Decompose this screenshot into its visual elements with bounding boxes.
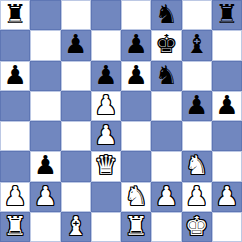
square-b2[interactable]: ♟ [30, 182, 60, 212]
piece-white-knight[interactable]: ♞ [124, 183, 147, 209]
square-h5[interactable]: ♟ [212, 91, 242, 121]
piece-black-knight[interactable]: ♞ [155, 1, 178, 27]
square-d2[interactable] [91, 182, 121, 212]
piece-white-pawn[interactable]: ♟ [94, 92, 117, 118]
square-b6[interactable] [30, 61, 60, 91]
piece-white-knight[interactable]: ♞ [185, 152, 208, 178]
square-a1[interactable]: ♜ [0, 212, 30, 242]
square-c7[interactable]: ♟ [61, 30, 91, 60]
piece-black-bishop[interactable]: ♝ [185, 31, 208, 57]
piece-white-pawn[interactable]: ♟ [94, 122, 117, 148]
square-g6[interactable] [182, 61, 212, 91]
square-h4[interactable] [212, 121, 242, 151]
square-h2[interactable]: ♟ [212, 182, 242, 212]
square-a4[interactable] [0, 121, 30, 151]
square-a7[interactable] [0, 30, 30, 60]
square-e2[interactable]: ♞ [121, 182, 151, 212]
square-f4[interactable] [151, 121, 181, 151]
piece-white-rook[interactable]: ♜ [3, 213, 26, 239]
square-h3[interactable] [212, 151, 242, 181]
chess-board: ♜♞♜♟♟♚♝♟♟♟♞♟♟♟♟♟♛♞♟♟♞♟♟♟♜♝♜♚ [0, 0, 242, 242]
piece-black-pawn[interactable]: ♟ [34, 152, 57, 178]
square-g2[interactable]: ♟ [182, 182, 212, 212]
piece-white-queen[interactable]: ♛ [94, 152, 117, 178]
square-f1[interactable] [151, 212, 181, 242]
square-d8[interactable] [91, 0, 121, 30]
square-f7[interactable]: ♚ [151, 30, 181, 60]
piece-white-king[interactable]: ♚ [185, 213, 208, 239]
square-g4[interactable] [182, 121, 212, 151]
square-c5[interactable] [61, 91, 91, 121]
square-c6[interactable] [61, 61, 91, 91]
square-a3[interactable] [0, 151, 30, 181]
square-c2[interactable] [61, 182, 91, 212]
square-g5[interactable]: ♟ [182, 91, 212, 121]
square-e7[interactable]: ♟ [121, 30, 151, 60]
square-f2[interactable]: ♟ [151, 182, 181, 212]
piece-black-pawn[interactable]: ♟ [3, 62, 26, 88]
piece-black-king[interactable]: ♚ [155, 31, 178, 57]
piece-white-bishop[interactable]: ♝ [64, 213, 87, 239]
square-b5[interactable] [30, 91, 60, 121]
square-f6[interactable]: ♞ [151, 61, 181, 91]
piece-white-rook[interactable]: ♜ [124, 213, 147, 239]
square-e8[interactable] [121, 0, 151, 30]
square-g1[interactable]: ♚ [182, 212, 212, 242]
square-c3[interactable] [61, 151, 91, 181]
square-b7[interactable] [30, 30, 60, 60]
piece-black-pawn[interactable]: ♟ [185, 92, 208, 118]
piece-white-pawn[interactable]: ♟ [34, 183, 57, 209]
square-g8[interactable] [182, 0, 212, 30]
square-h1[interactable] [212, 212, 242, 242]
piece-white-pawn[interactable]: ♟ [155, 183, 178, 209]
square-d5[interactable]: ♟ [91, 91, 121, 121]
piece-black-rook[interactable]: ♜ [3, 1, 26, 27]
square-e6[interactable]: ♟ [121, 61, 151, 91]
square-b8[interactable] [30, 0, 60, 30]
square-d6[interactable]: ♟ [91, 61, 121, 91]
square-h8[interactable]: ♜ [212, 0, 242, 30]
piece-black-pawn[interactable]: ♟ [124, 31, 147, 57]
piece-white-pawn[interactable]: ♟ [215, 183, 238, 209]
square-f5[interactable] [151, 91, 181, 121]
square-c8[interactable] [61, 0, 91, 30]
square-b3[interactable]: ♟ [30, 151, 60, 181]
square-d4[interactable]: ♟ [91, 121, 121, 151]
piece-black-knight[interactable]: ♞ [155, 62, 178, 88]
square-c4[interactable] [61, 121, 91, 151]
square-f3[interactable] [151, 151, 181, 181]
square-a6[interactable]: ♟ [0, 61, 30, 91]
square-e5[interactable] [121, 91, 151, 121]
piece-white-pawn[interactable]: ♟ [185, 183, 208, 209]
square-b4[interactable] [30, 121, 60, 151]
square-h7[interactable] [212, 30, 242, 60]
square-h6[interactable] [212, 61, 242, 91]
piece-black-rook[interactable]: ♜ [215, 1, 238, 27]
square-a8[interactable]: ♜ [0, 0, 30, 30]
piece-white-pawn[interactable]: ♟ [3, 183, 26, 209]
square-e1[interactable]: ♜ [121, 212, 151, 242]
square-d7[interactable] [91, 30, 121, 60]
square-d1[interactable] [91, 212, 121, 242]
square-a5[interactable] [0, 91, 30, 121]
square-d3[interactable]: ♛ [91, 151, 121, 181]
square-g3[interactable]: ♞ [182, 151, 212, 181]
square-e3[interactable] [121, 151, 151, 181]
chess-board-container: ♜♞♜♟♟♚♝♟♟♟♞♟♟♟♟♟♛♞♟♟♞♟♟♟♜♝♜♚ [0, 0, 242, 242]
square-b1[interactable] [30, 212, 60, 242]
piece-black-pawn[interactable]: ♟ [94, 62, 117, 88]
square-e4[interactable] [121, 121, 151, 151]
square-c1[interactable]: ♝ [61, 212, 91, 242]
square-f8[interactable]: ♞ [151, 0, 181, 30]
square-a2[interactable]: ♟ [0, 182, 30, 212]
piece-black-pawn[interactable]: ♟ [215, 92, 238, 118]
piece-black-pawn[interactable]: ♟ [124, 62, 147, 88]
square-g7[interactable]: ♝ [182, 30, 212, 60]
piece-black-pawn[interactable]: ♟ [64, 31, 87, 57]
